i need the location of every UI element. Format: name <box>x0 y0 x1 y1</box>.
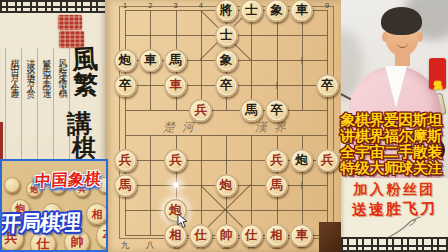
piece-black-士[interactable]: 士 <box>215 24 238 47</box>
poem-column-2: 繁星似子奔中速 <box>40 52 54 162</box>
slogan-line-2: 讲棋界福尔摩斯 <box>334 128 448 144</box>
piece-red-兵[interactable]: 兵 <box>265 149 288 172</box>
host-hair <box>381 7 422 35</box>
file-label-bottom: 八 <box>144 240 156 252</box>
mouse-cursor-icon <box>177 213 189 233</box>
lattice-border-bottom <box>341 237 448 252</box>
channel-seal-badge: 凤繁 <box>429 58 446 89</box>
video-thumbnail: 風 繁 講 棋 风起萍末情入棋 繁星似子奔中速 讲谈论道万人赏 棋中日月人生趣 … <box>0 0 448 252</box>
photo-piece-disc: 相 <box>86 203 108 225</box>
photo-subtitle: 开局棋理 <box>0 208 81 237</box>
grid-vline <box>201 10 202 110</box>
point-mark <box>273 82 280 89</box>
slogan-line-4: 特级大师球关注 <box>334 160 448 176</box>
column-rule <box>5 48 6 164</box>
main-title-char-feng: 風 <box>71 45 98 72</box>
point-mark <box>147 182 154 189</box>
piece-black-卒[interactable]: 卒 <box>114 74 137 97</box>
slogan-line-3: 全宇宙二手散装 <box>334 144 448 160</box>
piece-red-兵[interactable]: 兵 <box>114 149 137 172</box>
piece-black-卒[interactable]: 卒 <box>215 74 238 97</box>
left-calligraphy-panel: 風 繁 講 棋 风起萍末情入棋 繁星似子奔中速 讲谈论道万人赏 棋中日月人生趣 … <box>0 0 105 252</box>
host-ear <box>417 32 423 42</box>
slogan-line-1: 象棋界爱因斯坦 <box>334 112 448 128</box>
piece-black-士[interactable]: 士 <box>240 0 263 22</box>
grid-hline <box>125 110 327 111</box>
piece-red-炮[interactable]: 炮 <box>215 174 238 197</box>
piece-red-帥[interactable]: 帥 <box>215 224 238 247</box>
main-title-char-fan: 繁 <box>73 72 99 98</box>
red-edge-strip <box>0 122 3 162</box>
lattice-border-top <box>0 0 105 13</box>
table-corner <box>319 222 341 252</box>
grid-vline <box>277 10 278 110</box>
piece-red-馬[interactable]: 馬 <box>265 174 288 197</box>
point-mark <box>223 157 230 164</box>
poem-column-1: 风起萍末情入棋 <box>56 52 70 162</box>
move-indicator-dot <box>172 181 180 189</box>
river-label-right: 漢界 <box>255 119 293 136</box>
seal-stamp-upper <box>58 15 82 30</box>
piece-black-馬[interactable]: 馬 <box>240 99 263 122</box>
file-label-top: 3 <box>171 1 181 10</box>
file-label-top: 4 <box>196 1 206 10</box>
piece-red-車[interactable]: 車 <box>164 74 187 97</box>
piece-black-車[interactable]: 車 <box>290 0 313 22</box>
xiangqi-board: 123456789九八七六五四三二一楚河漢界將士象車士炮車馬象卒車卒卒兵馬卒兵兵… <box>105 0 341 252</box>
point-mark <box>298 57 305 64</box>
point-mark <box>298 182 305 189</box>
piece-black-象[interactable]: 象 <box>265 0 288 22</box>
grid-vline <box>251 135 252 235</box>
right-host-panel: 界 凤繁 象棋界爱因斯坦 <box>341 0 448 252</box>
river-label-left: 楚河 <box>163 119 201 136</box>
grid-vline <box>125 10 126 235</box>
poem-column-3: 讲谈论道万人赏 <box>24 52 38 162</box>
piece-black-象[interactable]: 象 <box>215 49 238 72</box>
host-ear <box>382 32 388 42</box>
main-title-char-qi: 棋 <box>72 136 96 160</box>
file-label-top: 1 <box>120 1 130 10</box>
piece-black-將[interactable]: 將 <box>215 0 238 22</box>
file-label-bottom: 九 <box>119 240 131 252</box>
host-smile <box>397 42 408 48</box>
file-label-top: 9 <box>322 1 332 10</box>
cta-join-fanclub: 加入粉丝团 <box>341 181 448 199</box>
piece-black-馬[interactable]: 馬 <box>164 49 187 72</box>
piece-red-兵[interactable]: 兵 <box>189 99 212 122</box>
piece-red-車[interactable]: 車 <box>290 224 313 247</box>
board-photo-block: 炮兵炮相兵仕帥卒 中国象棋 开局棋理 <box>0 159 108 252</box>
piece-red-馬[interactable]: 馬 <box>114 174 137 197</box>
file-label-top: 2 <box>145 1 155 10</box>
photo-title: 中国象棋 <box>34 169 102 192</box>
poem-column-4: 棋中日月人生趣 <box>8 52 22 162</box>
piece-black-卒[interactable]: 卒 <box>316 74 339 97</box>
photo-piece-disc <box>4 177 20 193</box>
piece-red-兵[interactable]: 兵 <box>164 149 187 172</box>
piece-black-炮[interactable]: 炮 <box>114 49 137 72</box>
slogan-list: 象棋界爱因斯坦 讲棋界福尔摩斯 全宇宙二手散装 特级大师球关注 <box>334 112 448 176</box>
photo-piece-disc: 卒 <box>96 223 108 249</box>
piece-black-車[interactable]: 車 <box>139 49 162 72</box>
piece-red-相[interactable]: 相 <box>265 224 288 247</box>
piece-red-仕[interactable]: 仕 <box>240 224 263 247</box>
piece-red-仕[interactable]: 仕 <box>189 224 212 247</box>
piece-black-卒[interactable]: 卒 <box>265 99 288 122</box>
grid-vline <box>327 10 328 235</box>
piece-black-炮[interactable]: 炮 <box>290 149 313 172</box>
